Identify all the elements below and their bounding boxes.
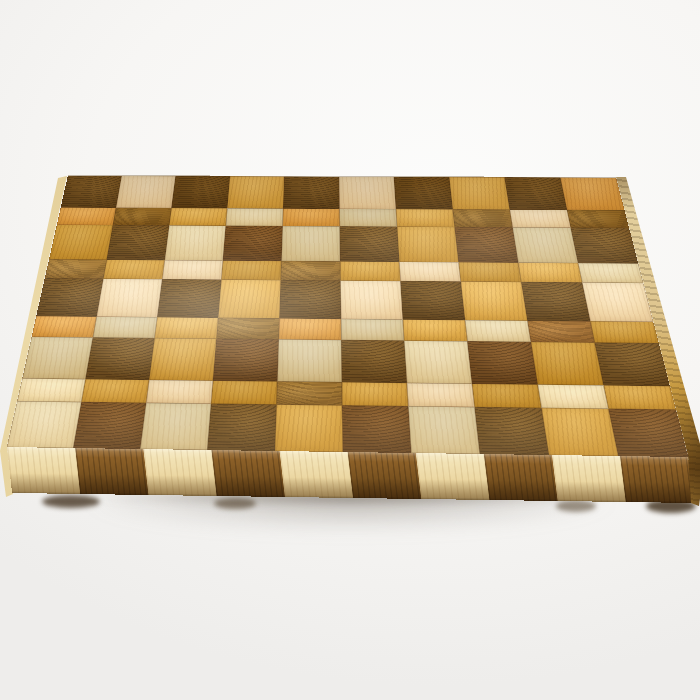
board-cell [276,381,342,405]
board-cell [162,260,223,279]
board-cell [226,208,283,226]
board-cell [475,407,549,455]
board-cell [404,341,472,384]
board-cell [140,403,211,450]
photo-backdrop [0,0,700,700]
board-cell [339,177,396,209]
board-cell [146,380,213,404]
board-cell [207,404,276,451]
board-cell [340,261,400,281]
board-top-grid [7,176,688,457]
board-cell [505,177,567,210]
front-stripe [75,447,148,495]
front-stripe [279,450,353,498]
front-stripe [143,448,216,496]
board-foot-shadow [214,498,256,509]
board-foot-shadow [42,495,100,508]
board-cell [227,176,284,208]
board-cell [103,260,164,279]
board-cell [45,259,107,278]
board-cell [107,225,169,260]
board-cell [36,278,103,316]
front-stripe [7,446,80,494]
board-cell [165,225,226,260]
board-cell [283,209,340,227]
board-cell [341,319,404,341]
board-cell [403,320,468,342]
board-cell [407,383,475,407]
board-cell [595,343,670,387]
board-cell [223,226,283,261]
board-cell [527,321,594,343]
board-cell [218,280,281,319]
board-cell [408,406,480,454]
board-cell [216,318,279,340]
board-cell [459,262,522,282]
board-cell [538,385,609,409]
board-cell [467,341,537,384]
board-cell [22,337,93,379]
board-cell [341,340,407,383]
front-stripe [620,455,694,503]
board-cell [510,210,571,228]
board-cell [113,208,172,226]
board-cell [32,316,97,337]
board-cell [394,177,453,209]
board-cell [93,317,157,338]
board-cell [281,226,340,261]
board-cell [61,176,122,208]
board-cell [49,225,113,260]
front-stripe [348,451,422,499]
board-cell [567,210,629,228]
board-cell [17,378,85,402]
board-cell [73,402,146,449]
board-cell [97,279,163,318]
board-cell [279,280,341,319]
board-cell [571,228,639,264]
board-cell [531,342,604,385]
board-cell [169,208,227,226]
board-cell [521,282,590,321]
board-cell [340,281,402,320]
board-cell [342,405,411,453]
board-cell [277,339,342,382]
board-cell [399,262,460,282]
board-cell [279,318,342,340]
board-top-face [7,175,688,457]
board-cell [608,409,688,457]
board-cell [116,176,176,208]
board-foot-shadow [556,500,596,512]
board-cell [453,209,513,227]
front-stripe [552,454,626,502]
front-stripe [416,452,490,500]
board-cell [221,261,281,281]
board-cell [283,177,339,209]
board-cell [578,263,643,283]
board-cell [560,178,624,211]
board-cell [518,263,582,283]
board-cell [582,282,653,321]
board-cell [397,227,459,263]
board-cell [157,279,221,318]
board-cell [281,261,341,281]
board-cell [541,408,618,456]
board-cell [400,281,465,320]
board-cell [342,382,408,406]
board-cell [155,317,219,338]
board-cell [171,176,229,208]
board-cell [149,338,216,381]
board-cell [472,384,541,408]
board-cell [57,207,116,225]
board-cell [590,321,659,343]
board-cell [465,320,531,342]
board-cell [339,209,397,227]
board-cell [275,405,343,452]
front-stripe [484,453,558,501]
board-cell [449,177,510,210]
board-cell [604,385,676,409]
board-cell [7,401,82,448]
board-cell [396,209,455,227]
board-cell [513,227,579,263]
board-cell [340,226,400,261]
board-cell [81,379,149,403]
board-cell [455,227,519,263]
board-cell [213,339,279,382]
board-cell [461,282,528,321]
board-cell [85,337,154,379]
front-stripe [211,449,285,497]
board-cell [211,381,277,405]
